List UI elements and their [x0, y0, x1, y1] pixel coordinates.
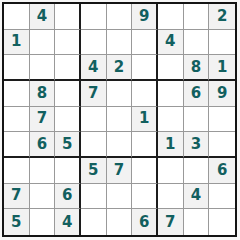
cell-r1c9[interactable]: 2 [209, 4, 235, 30]
cell-r3c4[interactable]: 4 [81, 55, 107, 81]
cell-r1c6[interactable]: 9 [132, 4, 158, 30]
cell-r9c6[interactable]: 6 [132, 209, 158, 235]
cell-r9c5[interactable] [107, 209, 133, 235]
cell-r2c8[interactable] [184, 30, 210, 56]
cell-r3c1[interactable] [4, 55, 30, 81]
cell-r6c8[interactable]: 3 [184, 132, 210, 158]
cell-r8c9[interactable] [209, 184, 235, 210]
cell-r2c7[interactable]: 4 [158, 30, 184, 56]
cell-r5c1[interactable] [4, 107, 30, 133]
cell-r5c2[interactable]: 7 [30, 107, 56, 133]
cell-r6c4[interactable] [81, 132, 107, 158]
cell-r9c8[interactable] [184, 209, 210, 235]
cell-r2c9[interactable] [209, 30, 235, 56]
cell-r7c9[interactable]: 6 [209, 158, 235, 184]
cell-r4c4[interactable]: 7 [81, 81, 107, 107]
cell-r5c3[interactable] [55, 107, 81, 133]
cell-r5c4[interactable] [81, 107, 107, 133]
cell-r6c3[interactable]: 5 [55, 132, 81, 158]
cell-r6c9[interactable] [209, 132, 235, 158]
cell-r3c8[interactable]: 8 [184, 55, 210, 81]
sudoku-board: 49214428187697165135767645467 [2, 2, 237, 237]
cell-r3c5[interactable]: 2 [107, 55, 133, 81]
cell-r8c4[interactable] [81, 184, 107, 210]
cell-r1c8[interactable] [184, 4, 210, 30]
cell-r5c9[interactable] [209, 107, 235, 133]
cell-r4c3[interactable] [55, 81, 81, 107]
cell-r5c6[interactable]: 1 [132, 107, 158, 133]
cell-r7c6[interactable] [132, 158, 158, 184]
cell-r2c1[interactable]: 1 [4, 30, 30, 56]
sudoku-page: 49214428187697165135767645467 [0, 0, 240, 240]
cell-r4c5[interactable] [107, 81, 133, 107]
cell-r5c5[interactable] [107, 107, 133, 133]
cell-r3c7[interactable] [158, 55, 184, 81]
cell-r9c3[interactable]: 4 [55, 209, 81, 235]
cell-r4c8[interactable]: 6 [184, 81, 210, 107]
cell-r9c9[interactable] [209, 209, 235, 235]
cell-r7c3[interactable] [55, 158, 81, 184]
cell-r7c2[interactable] [30, 158, 56, 184]
cell-r1c3[interactable] [55, 4, 81, 30]
cell-r3c6[interactable] [132, 55, 158, 81]
cell-r2c5[interactable] [107, 30, 133, 56]
cell-r6c7[interactable]: 1 [158, 132, 184, 158]
cell-r7c8[interactable] [184, 158, 210, 184]
cell-r4c9[interactable]: 9 [209, 81, 235, 107]
cell-r2c4[interactable] [81, 30, 107, 56]
cell-r8c7[interactable] [158, 184, 184, 210]
cell-r3c3[interactable] [55, 55, 81, 81]
cell-r1c7[interactable] [158, 4, 184, 30]
cell-r7c4[interactable]: 5 [81, 158, 107, 184]
cell-r4c2[interactable]: 8 [30, 81, 56, 107]
cell-r8c2[interactable] [30, 184, 56, 210]
cell-r4c7[interactable] [158, 81, 184, 107]
cell-r1c4[interactable] [81, 4, 107, 30]
cell-r6c6[interactable] [132, 132, 158, 158]
cell-r2c2[interactable] [30, 30, 56, 56]
cell-r7c5[interactable]: 7 [107, 158, 133, 184]
cell-r8c1[interactable]: 7 [4, 184, 30, 210]
cell-r6c2[interactable]: 6 [30, 132, 56, 158]
cell-r3c2[interactable] [30, 55, 56, 81]
cell-r9c1[interactable]: 5 [4, 209, 30, 235]
cell-r5c7[interactable] [158, 107, 184, 133]
cell-r2c3[interactable] [55, 30, 81, 56]
cell-r6c5[interactable] [107, 132, 133, 158]
cell-r2c6[interactable] [132, 30, 158, 56]
cell-r8c6[interactable] [132, 184, 158, 210]
cell-r8c3[interactable]: 6 [55, 184, 81, 210]
cell-r4c1[interactable] [4, 81, 30, 107]
cell-r1c1[interactable] [4, 4, 30, 30]
cell-r8c5[interactable] [107, 184, 133, 210]
cell-r3c9[interactable]: 1 [209, 55, 235, 81]
cell-r9c7[interactable]: 7 [158, 209, 184, 235]
cell-r4c6[interactable] [132, 81, 158, 107]
cell-r1c2[interactable]: 4 [30, 4, 56, 30]
cell-r1c5[interactable] [107, 4, 133, 30]
cell-r6c1[interactable] [4, 132, 30, 158]
cell-r7c7[interactable] [158, 158, 184, 184]
cell-r5c8[interactable] [184, 107, 210, 133]
cell-r9c4[interactable] [81, 209, 107, 235]
cell-r8c8[interactable]: 4 [184, 184, 210, 210]
cell-r7c1[interactable] [4, 158, 30, 184]
cell-r9c2[interactable] [30, 209, 56, 235]
